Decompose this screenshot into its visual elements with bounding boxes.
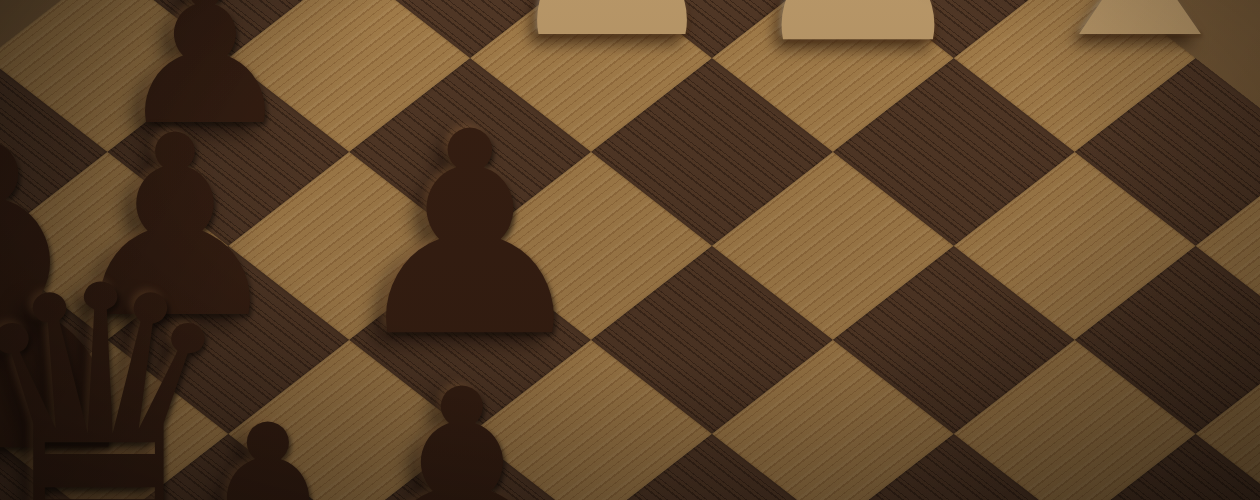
chess-board	[0, 0, 1260, 500]
chessboard-photo: ♟♟♝♟♟♟♟♛♟♟	[0, 0, 1260, 500]
